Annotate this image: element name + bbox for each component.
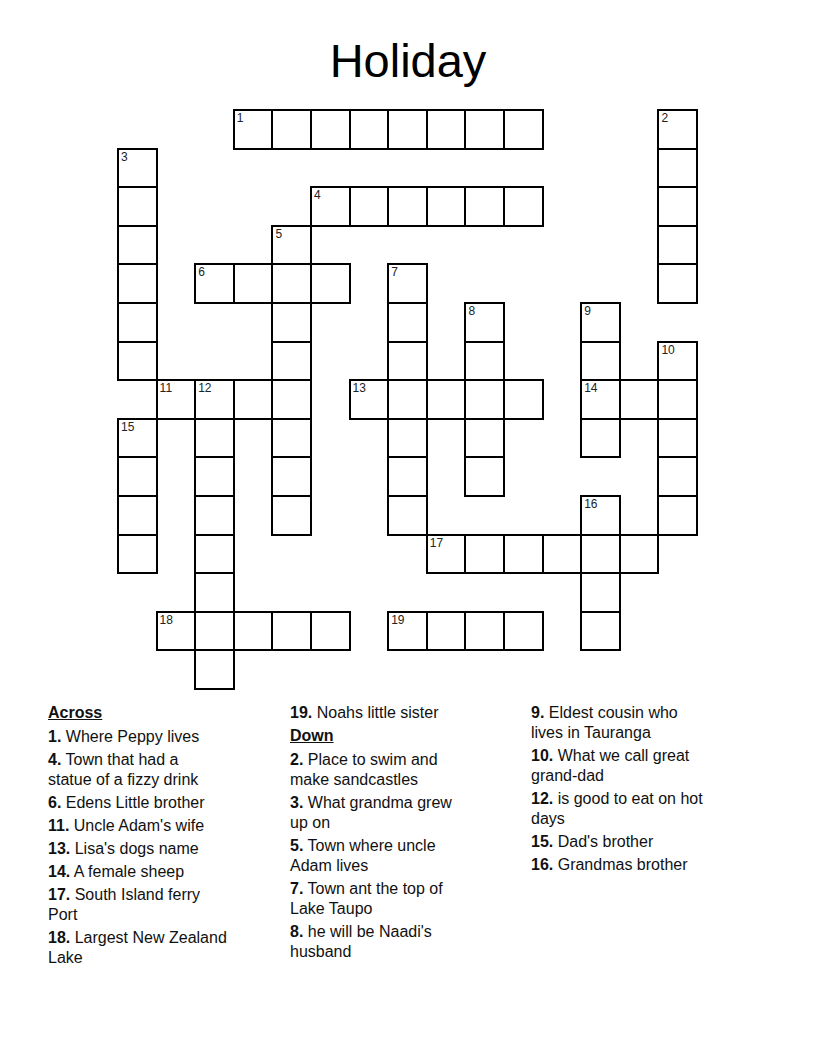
cell-r7c14[interactable] (657, 379, 698, 420)
cell-r6c7[interactable] (387, 341, 428, 382)
cell-r7c13[interactable] (619, 379, 660, 420)
cell-r6c14[interactable]: 10 (657, 341, 698, 382)
cell-r13c9[interactable] (464, 611, 505, 652)
cell-r1c14[interactable] (657, 148, 698, 189)
cell-number-3: 3 (121, 150, 128, 164)
cell-r7c6[interactable]: 13 (349, 379, 390, 420)
cell-r10c7[interactable] (387, 495, 428, 536)
clue-number-label: 6. (48, 794, 61, 811)
cell-r9c7[interactable] (387, 456, 428, 497)
clue-number-label: 13. (48, 840, 70, 857)
cell-r13c10[interactable] (503, 611, 544, 652)
cell-r11c2[interactable] (194, 534, 235, 575)
clue-18: 18. Largest New Zealand Lake (48, 928, 300, 968)
cell-r7c8[interactable] (426, 379, 467, 420)
cell-number-5: 5 (275, 227, 282, 241)
clue-9: 9. Eldest cousin who lives in Tauranga (531, 703, 779, 743)
cell-r9c2[interactable] (194, 456, 235, 497)
cell-r5c4[interactable] (271, 302, 312, 343)
clue-header-across: Across (48, 703, 300, 723)
clue-text: Eldest cousin who lives in Tauranga (531, 704, 678, 741)
clue-16: 16. Grandmas brother (531, 855, 779, 875)
cell-r9c14[interactable] (657, 456, 698, 497)
clue-text: Uncle Adam's wife (69, 817, 204, 834)
cell-r8c12[interactable] (580, 418, 621, 459)
clue-text: Town where uncle Adam lives (290, 837, 436, 874)
cell-number-9: 9 (584, 304, 591, 318)
clue-17: 17. South Island ferry Port (48, 885, 300, 925)
cell-r12c2[interactable] (194, 572, 235, 613)
clue-number-label: 3. (290, 794, 303, 811)
cell-r0c14[interactable]: 2 (657, 109, 698, 150)
cell-r5c9[interactable]: 8 (464, 302, 505, 343)
cell-r8c2[interactable] (194, 418, 235, 459)
clue-19: 19. Noahs little sister (290, 703, 526, 723)
cell-r10c0[interactable] (117, 495, 158, 536)
cell-r7c9[interactable] (464, 379, 505, 420)
cell-r7c4[interactable] (271, 379, 312, 420)
cell-r10c12[interactable]: 16 (580, 495, 621, 536)
cell-r1c0[interactable]: 3 (117, 148, 158, 189)
cell-r9c4[interactable] (271, 456, 312, 497)
cell-r11c9[interactable] (464, 534, 505, 575)
cell-r7c2[interactable]: 12 (194, 379, 235, 420)
cell-r2c6[interactable] (349, 186, 390, 227)
cell-number-18: 18 (160, 613, 173, 627)
clue-header-down: Down (290, 726, 526, 746)
clue-text: A female sheep (70, 863, 184, 880)
clue-text: Where Peppy lives (61, 728, 199, 745)
cell-number-12: 12 (198, 381, 211, 395)
clue-10: 10. What we call great grand-dad (531, 746, 779, 786)
clue-text: Dad's brother (553, 833, 653, 850)
cell-r13c1[interactable]: 18 (156, 611, 197, 652)
cell-number-14: 14 (584, 381, 597, 395)
cell-number-4: 4 (314, 188, 321, 202)
cell-r10c2[interactable] (194, 495, 235, 536)
clue-text: Edens Little brother (61, 794, 204, 811)
cell-number-16: 16 (584, 497, 597, 511)
clue-column-3: 9. Eldest cousin who lives in Tauranga10… (531, 703, 779, 878)
cell-r7c12[interactable]: 14 (580, 379, 621, 420)
cell-r8c14[interactable] (657, 418, 698, 459)
cell-r0c3[interactable]: 1 (233, 109, 274, 150)
clue-text: is good to eat on hot days (531, 790, 703, 827)
cell-r13c4[interactable] (271, 611, 312, 652)
clue-5: 5. Town where uncle Adam lives (290, 836, 526, 876)
cell-r0c9[interactable] (464, 109, 505, 150)
clue-column-2: 19. Noahs little sisterDown2. Place to s… (290, 703, 526, 965)
cell-r6c4[interactable] (271, 341, 312, 382)
cell-r4c14[interactable] (657, 263, 698, 304)
clue-text: Place to swim and make sandcastles (290, 751, 438, 788)
clue-4: 4. Town that had a statue of a fizzy dri… (48, 750, 300, 790)
cell-r11c11[interactable] (542, 534, 583, 575)
clue-text: Town that had a statue of a fizzy drink (48, 751, 198, 788)
cell-r11c13[interactable] (619, 534, 660, 575)
cell-r2c8[interactable] (426, 186, 467, 227)
clue-number-label: 7. (290, 880, 303, 897)
clue-number-label: 1. (48, 728, 61, 745)
cell-r11c8[interactable]: 17 (426, 534, 467, 575)
cell-r5c0[interactable] (117, 302, 158, 343)
clue-number-label: 15. (531, 833, 553, 850)
cell-number-7: 7 (391, 265, 398, 279)
cell-r7c3[interactable] (233, 379, 274, 420)
clue-text: Grandmas brother (553, 856, 687, 873)
clue-number-label: 18. (48, 929, 70, 946)
clue-number-label: 16. (531, 856, 553, 873)
clue-text: Lisa's dogs name (70, 840, 198, 857)
cell-r6c0[interactable] (117, 341, 158, 382)
clue-7: 7. Town ant the top of Lake Taupo (290, 879, 526, 919)
cell-r8c7[interactable] (387, 418, 428, 459)
cell-r13c2[interactable] (194, 611, 235, 652)
clue-column-1: Across1. Where Peppy lives4. Town that h… (48, 703, 300, 971)
cell-r13c5[interactable] (310, 611, 351, 652)
clue-number-label: 19. (290, 704, 312, 721)
cell-r3c4[interactable]: 5 (271, 225, 312, 266)
cell-number-11: 11 (160, 381, 172, 395)
cell-r11c10[interactable] (503, 534, 544, 575)
clue-text: Town ant the top of Lake Taupo (290, 880, 443, 917)
cell-r10c14[interactable] (657, 495, 698, 536)
cell-r5c12[interactable]: 9 (580, 302, 621, 343)
cell-number-8: 8 (468, 304, 475, 318)
cell-r3c14[interactable] (657, 225, 698, 266)
clue-11: 11. Uncle Adam's wife (48, 816, 300, 836)
cell-number-19: 19 (391, 613, 404, 627)
clue-15: 15. Dad's brother (531, 832, 779, 852)
cell-r2c5[interactable]: 4 (310, 186, 351, 227)
cell-r10c4[interactable] (271, 495, 312, 536)
cell-r4c7[interactable]: 7 (387, 263, 428, 304)
cell-number-2: 2 (661, 111, 668, 125)
cell-r2c0[interactable] (117, 186, 158, 227)
cell-r0c4[interactable] (271, 109, 312, 150)
clue-number-label: 10. (531, 747, 553, 764)
clue-number-label: 5. (290, 837, 303, 854)
cell-r13c12[interactable] (580, 611, 621, 652)
cell-r13c3[interactable] (233, 611, 274, 652)
cell-r9c0[interactable] (117, 456, 158, 497)
clue-number-label: 8. (290, 923, 303, 940)
clue-number-label: 9. (531, 704, 544, 721)
clue-8: 8. he will be Naadi's husband (290, 922, 526, 962)
cell-r0c5[interactable] (310, 109, 351, 150)
cell-r12c12[interactable] (580, 572, 621, 613)
cell-r4c2[interactable]: 6 (194, 263, 235, 304)
cell-r2c10[interactable] (503, 186, 544, 227)
cell-number-1: 1 (237, 111, 244, 125)
cell-number-17: 17 (430, 536, 443, 550)
cell-r0c8[interactable] (426, 109, 467, 150)
cell-r0c6[interactable] (349, 109, 390, 150)
crossword-grid: 12345678910111213141516171819 (117, 109, 699, 691)
clue-number-label: 11. (48, 817, 69, 834)
cell-r2c14[interactable] (657, 186, 698, 227)
clue-number-label: 17. (48, 886, 70, 903)
clue-2: 2. Place to swim and make sandcastles (290, 750, 526, 790)
clue-13: 13. Lisa's dogs name (48, 839, 300, 859)
clue-6: 6. Edens Little brother (48, 793, 300, 813)
clue-3: 3. What grandma grew up on (290, 793, 526, 833)
cell-r6c9[interactable] (464, 341, 505, 382)
cell-r4c5[interactable] (310, 263, 351, 304)
cell-r7c7[interactable] (387, 379, 428, 420)
cell-r13c8[interactable] (426, 611, 467, 652)
cell-r4c0[interactable] (117, 263, 158, 304)
clue-text: What grandma grew up on (290, 794, 452, 831)
cell-number-10: 10 (661, 343, 674, 357)
clue-text: What we call great grand-dad (531, 747, 689, 784)
cell-r8c4[interactable] (271, 418, 312, 459)
cell-r7c10[interactable] (503, 379, 544, 420)
cell-r5c7[interactable] (387, 302, 428, 343)
cell-number-6: 6 (198, 265, 205, 279)
clue-text: Noahs little sister (312, 704, 438, 721)
cell-number-13: 13 (353, 381, 366, 395)
cell-r6c12[interactable] (580, 341, 621, 382)
clue-12: 12. is good to eat on hot days (531, 789, 779, 829)
cell-r4c3[interactable] (233, 263, 274, 304)
clue-text: Largest New Zealand Lake (48, 929, 227, 966)
cell-r9c9[interactable] (464, 456, 505, 497)
clue-number-label: 2. (290, 751, 303, 768)
cell-r2c7[interactable] (387, 186, 428, 227)
clue-1: 1. Where Peppy lives (48, 727, 300, 747)
clue-text: he will be Naadi's husband (290, 923, 432, 960)
cell-r2c9[interactable] (464, 186, 505, 227)
cell-r13c7[interactable]: 19 (387, 611, 428, 652)
cell-r14c2[interactable] (194, 649, 235, 690)
cell-r11c12[interactable] (580, 534, 621, 575)
cell-r8c9[interactable] (464, 418, 505, 459)
clue-number-label: 12. (531, 790, 553, 807)
cell-number-15: 15 (121, 420, 134, 434)
clue-number-label: 4. (48, 751, 61, 768)
cell-r3c0[interactable] (117, 225, 158, 266)
cell-r8c0[interactable]: 15 (117, 418, 158, 459)
clue-text: South Island ferry Port (48, 886, 200, 923)
puzzle-title: Holiday (0, 33, 816, 88)
cell-r0c7[interactable] (387, 109, 428, 150)
cell-r7c1[interactable]: 11 (156, 379, 197, 420)
cell-r0c10[interactable] (503, 109, 544, 150)
clue-number-label: 14. (48, 863, 70, 880)
cell-r11c0[interactable] (117, 534, 158, 575)
clue-14: 14. A female sheep (48, 862, 300, 882)
cell-r4c4[interactable] (271, 263, 312, 304)
